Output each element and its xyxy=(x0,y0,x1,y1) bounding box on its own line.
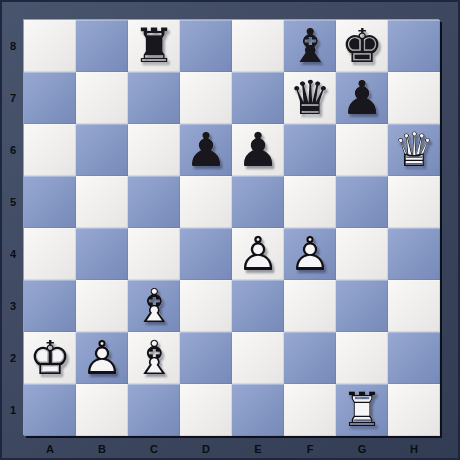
rank-label-7: 7 xyxy=(2,72,24,124)
black-pawn[interactable]: ♟︎♟︎ xyxy=(336,72,388,124)
file-label-d: D xyxy=(180,438,232,460)
rank-label-3: 3 xyxy=(2,280,24,332)
pawn-glyph: ♙︎ xyxy=(284,228,336,280)
square-f1[interactable] xyxy=(284,384,336,436)
square-e5[interactable] xyxy=(232,176,284,228)
file-label-f: F xyxy=(284,438,336,460)
square-e6[interactable]: ♟︎♟︎ xyxy=(232,124,284,176)
square-c1[interactable] xyxy=(128,384,180,436)
square-e2[interactable] xyxy=(232,332,284,384)
file-label-b: B xyxy=(76,438,128,460)
file-label-c: C xyxy=(128,438,180,460)
square-c2[interactable]: ♝︎♗︎ xyxy=(128,332,180,384)
black-king[interactable]: ♚︎♚︎ xyxy=(336,20,388,72)
square-c6[interactable] xyxy=(128,124,180,176)
square-b3[interactable] xyxy=(76,280,128,332)
square-g1[interactable]: ♜︎♖︎ xyxy=(336,384,388,436)
square-f3[interactable] xyxy=(284,280,336,332)
square-c5[interactable] xyxy=(128,176,180,228)
square-g6[interactable] xyxy=(336,124,388,176)
white-pawn[interactable]: ♟︎♙︎ xyxy=(76,332,128,384)
square-a5[interactable] xyxy=(24,176,76,228)
pawn-glyph: ♙︎ xyxy=(76,332,128,384)
square-g4[interactable] xyxy=(336,228,388,280)
square-f7[interactable]: ♛︎♛︎ xyxy=(284,72,336,124)
square-d6[interactable]: ♟︎♟︎ xyxy=(180,124,232,176)
square-g3[interactable] xyxy=(336,280,388,332)
square-e3[interactable] xyxy=(232,280,284,332)
square-f6[interactable] xyxy=(284,124,336,176)
square-c8[interactable]: ♜︎♜︎ xyxy=(128,20,180,72)
square-d8[interactable] xyxy=(180,20,232,72)
bishop-glyph: ♗︎ xyxy=(128,332,180,384)
square-d4[interactable] xyxy=(180,228,232,280)
square-g8[interactable]: ♚︎♚︎ xyxy=(336,20,388,72)
file-label-h: H xyxy=(388,438,440,460)
square-a8[interactable] xyxy=(24,20,76,72)
black-pawn[interactable]: ♟︎♟︎ xyxy=(180,124,232,176)
queen-glyph: ♕︎ xyxy=(388,124,440,176)
square-a4[interactable] xyxy=(24,228,76,280)
white-queen[interactable]: ♛︎♕︎ xyxy=(388,124,440,176)
file-label-e: E xyxy=(232,438,284,460)
pawn-glyph: ♟︎ xyxy=(232,124,284,176)
square-h1[interactable] xyxy=(388,384,440,436)
square-f4[interactable]: ♟︎♙︎ xyxy=(284,228,336,280)
white-rook[interactable]: ♜︎♖︎ xyxy=(336,384,388,436)
square-g2[interactable] xyxy=(336,332,388,384)
square-g7[interactable]: ♟︎♟︎ xyxy=(336,72,388,124)
rook-glyph: ♖︎ xyxy=(336,384,388,436)
square-d2[interactable] xyxy=(180,332,232,384)
file-labels: ABCDEFGH xyxy=(24,438,440,460)
black-queen[interactable]: ♛︎♛︎ xyxy=(284,72,336,124)
black-bishop[interactable]: ♝︎♝︎ xyxy=(284,20,336,72)
square-c4[interactable] xyxy=(128,228,180,280)
square-g5[interactable] xyxy=(336,176,388,228)
square-h8[interactable] xyxy=(388,20,440,72)
square-f5[interactable] xyxy=(284,176,336,228)
square-b5[interactable] xyxy=(76,176,128,228)
square-d7[interactable] xyxy=(180,72,232,124)
square-h2[interactable] xyxy=(388,332,440,384)
square-e8[interactable] xyxy=(232,20,284,72)
square-b1[interactable] xyxy=(76,384,128,436)
square-d5[interactable] xyxy=(180,176,232,228)
square-e4[interactable]: ♟︎♙︎ xyxy=(232,228,284,280)
square-b7[interactable] xyxy=(76,72,128,124)
rank-label-4: 4 xyxy=(2,228,24,280)
pawn-glyph: ♙︎ xyxy=(232,228,284,280)
rank-label-6: 6 xyxy=(2,124,24,176)
square-f2[interactable] xyxy=(284,332,336,384)
white-pawn[interactable]: ♟︎♙︎ xyxy=(232,228,284,280)
square-h7[interactable] xyxy=(388,72,440,124)
black-pawn[interactable]: ♟︎♟︎ xyxy=(232,124,284,176)
chess-board: ♜︎♜︎♝︎♝︎♚︎♚︎♛︎♛︎♟︎♟︎♟︎♟︎♟︎♟︎♛︎♕︎♟︎♙︎♟︎♙︎… xyxy=(24,20,440,436)
square-d3[interactable] xyxy=(180,280,232,332)
square-a7[interactable] xyxy=(24,72,76,124)
pawn-glyph: ♟︎ xyxy=(180,124,232,176)
square-c7[interactable] xyxy=(128,72,180,124)
white-bishop[interactable]: ♝︎♗︎ xyxy=(128,332,180,384)
square-f8[interactable]: ♝︎♝︎ xyxy=(284,20,336,72)
square-b8[interactable] xyxy=(76,20,128,72)
square-e7[interactable] xyxy=(232,72,284,124)
square-a3[interactable] xyxy=(24,280,76,332)
rank-label-8: 8 xyxy=(2,20,24,72)
square-a6[interactable] xyxy=(24,124,76,176)
white-pawn[interactable]: ♟︎♙︎ xyxy=(284,228,336,280)
square-c3[interactable]: ♝︎♗︎ xyxy=(128,280,180,332)
bishop-glyph: ♗︎ xyxy=(128,280,180,332)
square-b6[interactable] xyxy=(76,124,128,176)
square-a2[interactable]: ♚︎♔︎ xyxy=(24,332,76,384)
black-rook[interactable]: ♜︎♜︎ xyxy=(128,20,180,72)
square-a1[interactable] xyxy=(24,384,76,436)
chess-diagram: 87654321 ♜︎♜︎♝︎♝︎♚︎♚︎♛︎♛︎♟︎♟︎♟︎♟︎♟︎♟︎♛︎♕… xyxy=(0,0,460,460)
king-glyph: ♔︎ xyxy=(24,332,76,384)
square-d1[interactable] xyxy=(180,384,232,436)
rank-label-1: 1 xyxy=(2,384,24,436)
queen-glyph: ♛︎ xyxy=(284,72,336,124)
rank-labels: 87654321 xyxy=(2,20,24,436)
square-e1[interactable] xyxy=(232,384,284,436)
square-b4[interactable] xyxy=(76,228,128,280)
file-label-a: A xyxy=(24,438,76,460)
white-king[interactable]: ♚︎♔︎ xyxy=(24,332,76,384)
square-h3[interactable] xyxy=(388,280,440,332)
rank-label-2: 2 xyxy=(2,332,24,384)
white-bishop[interactable]: ♝︎♗︎ xyxy=(128,280,180,332)
bishop-glyph: ♝︎ xyxy=(284,20,336,72)
rank-label-5: 5 xyxy=(2,176,24,228)
square-h4[interactable] xyxy=(388,228,440,280)
square-b2[interactable]: ♟︎♙︎ xyxy=(76,332,128,384)
pawn-glyph: ♟︎ xyxy=(336,72,388,124)
file-label-g: G xyxy=(336,438,388,460)
king-glyph: ♚︎ xyxy=(336,20,388,72)
rook-glyph: ♜︎ xyxy=(128,20,180,72)
square-h6[interactable]: ♛︎♕︎ xyxy=(388,124,440,176)
square-h5[interactable] xyxy=(388,176,440,228)
